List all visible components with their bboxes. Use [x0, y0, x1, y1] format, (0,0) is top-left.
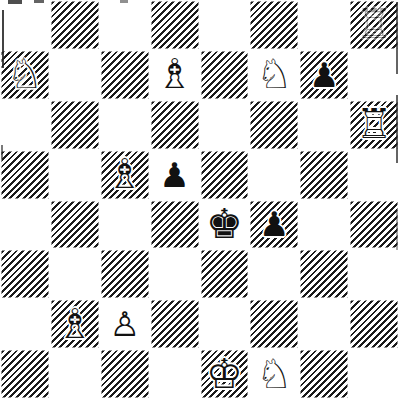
square-g8[interactable] — [299, 0, 349, 50]
square-f2[interactable] — [249, 299, 299, 349]
print-artifact-smudge — [8, 0, 22, 4]
square-a8[interactable] — [0, 0, 50, 50]
square-h7[interactable] — [349, 50, 399, 100]
print-artifact-smudge — [34, 0, 44, 3]
square-c2[interactable]: ♙ — [100, 299, 150, 349]
square-e8[interactable] — [200, 0, 250, 50]
square-c7[interactable] — [100, 50, 150, 100]
white-bishop-b2: ♗ — [50, 299, 100, 349]
square-h3[interactable] — [349, 249, 399, 299]
square-b6[interactable] — [50, 100, 100, 150]
square-b8[interactable] — [50, 0, 100, 50]
square-d3[interactable] — [150, 249, 200, 299]
square-b4[interactable] — [50, 200, 100, 250]
square-b2[interactable]: ♗ — [50, 299, 100, 349]
print-artifact-border-line — [396, 2, 398, 74]
white-knight-f1: ♘ — [249, 349, 299, 399]
square-b1[interactable] — [50, 349, 100, 399]
square-a1[interactable] — [0, 349, 50, 399]
square-d8[interactable] — [150, 0, 200, 50]
square-f3[interactable] — [249, 249, 299, 299]
white-knight-f7: ♘ — [249, 50, 299, 100]
square-f1[interactable]: ♘ — [249, 349, 299, 399]
print-artifact-border-line — [1, 145, 3, 159]
white-bishop-d7: ♗ — [150, 50, 200, 100]
black-pawn-d5: ♟ — [150, 150, 200, 200]
square-g6[interactable] — [299, 100, 349, 150]
square-g2[interactable] — [299, 299, 349, 349]
square-a7[interactable]: ♘ — [0, 50, 50, 100]
square-b5[interactable] — [50, 150, 100, 200]
square-g4[interactable] — [299, 200, 349, 250]
chess-diagram-page: ♖♘♗♘♟♖♗♟♚♟♗♙♔♘ — [0, 0, 399, 399]
square-e5[interactable] — [200, 150, 250, 200]
square-e4[interactable]: ♚ — [200, 200, 250, 250]
square-d7[interactable]: ♗ — [150, 50, 200, 100]
square-b3[interactable] — [50, 249, 100, 299]
white-rook-h6: ♖ — [349, 100, 399, 150]
print-artifact-smudge — [120, 0, 128, 3]
square-e6[interactable] — [200, 100, 250, 150]
square-c6[interactable] — [100, 100, 150, 150]
square-f6[interactable] — [249, 100, 299, 150]
square-h5[interactable] — [349, 150, 399, 200]
square-a3[interactable] — [0, 249, 50, 299]
square-g1[interactable] — [299, 349, 349, 399]
white-king-e1: ♔ — [200, 349, 250, 399]
square-c3[interactable] — [100, 249, 150, 299]
square-d2[interactable] — [150, 299, 200, 349]
square-h8[interactable]: ♖ — [349, 0, 399, 50]
square-f8[interactable] — [249, 0, 299, 50]
print-artifact-border-line — [396, 95, 398, 163]
square-a5[interactable] — [0, 150, 50, 200]
square-a6[interactable] — [0, 100, 50, 150]
white-bishop-c5: ♗ — [100, 150, 150, 200]
square-c8[interactable] — [100, 0, 150, 50]
square-a4[interactable] — [0, 200, 50, 250]
black-king-e4: ♚ — [200, 200, 250, 250]
square-h1[interactable] — [349, 349, 399, 399]
square-h4[interactable] — [349, 200, 399, 250]
square-g5[interactable] — [299, 150, 349, 200]
square-d4[interactable] — [150, 200, 200, 250]
square-h6[interactable]: ♖ — [349, 100, 399, 150]
print-artifact-border-line — [396, 210, 398, 250]
square-f7[interactable]: ♘ — [249, 50, 299, 100]
square-c4[interactable] — [100, 200, 150, 250]
square-e2[interactable] — [200, 299, 250, 349]
square-g3[interactable] — [299, 249, 349, 299]
square-d1[interactable] — [150, 349, 200, 399]
black-pawn-f4: ♟ — [249, 200, 299, 250]
print-artifact-border-line — [2, 10, 4, 68]
square-g7[interactable]: ♟ — [299, 50, 349, 100]
square-f5[interactable] — [249, 150, 299, 200]
square-e7[interactable] — [200, 50, 250, 100]
square-b7[interactable] — [50, 50, 100, 100]
square-e3[interactable] — [200, 249, 250, 299]
white-pawn-c2: ♙ — [100, 299, 150, 349]
square-e1[interactable]: ♔ — [200, 349, 250, 399]
square-f4[interactable]: ♟ — [249, 200, 299, 250]
black-pawn-g7: ♟ — [299, 50, 349, 100]
square-c1[interactable] — [100, 349, 150, 399]
square-d6[interactable] — [150, 100, 200, 150]
square-h2[interactable] — [349, 299, 399, 349]
white-rook-h8: ♖ — [349, 0, 399, 50]
chess-board: ♖♘♗♘♟♖♗♟♚♟♗♙♔♘ — [0, 0, 399, 399]
white-knight-a7: ♘ — [0, 50, 50, 100]
square-c5[interactable]: ♗ — [100, 150, 150, 200]
square-d5[interactable]: ♟ — [150, 150, 200, 200]
square-a2[interactable] — [0, 299, 50, 349]
